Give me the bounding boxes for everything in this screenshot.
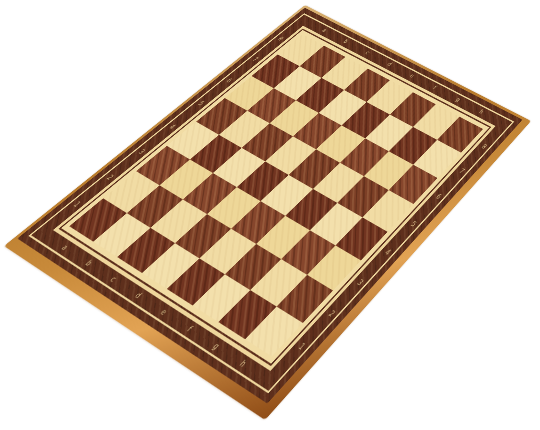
- photo-background: abcdefgh abcdefgh 87654321 87654321: [0, 0, 540, 430]
- board-coordinate-frame: abcdefgh abcdefgh 87654321 87654321: [31, 15, 512, 391]
- board-inlay-pinstripe: abcdefgh abcdefgh 87654321 87654321: [28, 13, 514, 393]
- board-outer-dark-band: abcdefgh abcdefgh 87654321 87654321: [17, 8, 522, 404]
- board-inner-inlay-gap: [53, 26, 496, 371]
- chess-board: abcdefgh abcdefgh 87654321 87654321: [4, 5, 531, 420]
